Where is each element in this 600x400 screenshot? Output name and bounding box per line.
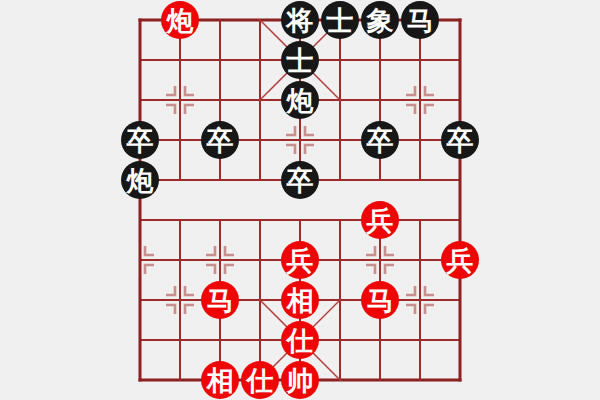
pieces-layer: 炮将士象马士炮卒卒卒卒炮卒兵兵兵马相马仕相仕帅 xyxy=(0,0,600,400)
piece-red-horse[interactable]: 马 xyxy=(201,281,239,319)
piece-red-soldier[interactable]: 兵 xyxy=(281,241,319,279)
piece-red-advisor[interactable]: 仕 xyxy=(241,361,279,399)
piece-black-soldier[interactable]: 卒 xyxy=(281,161,319,199)
piece-red-elephant[interactable]: 相 xyxy=(281,281,319,319)
piece-red-elephant[interactable]: 相 xyxy=(201,361,239,399)
piece-black-cannon[interactable]: 炮 xyxy=(281,81,319,119)
piece-red-cannon[interactable]: 炮 xyxy=(161,1,199,39)
piece-red-horse[interactable]: 马 xyxy=(361,281,399,319)
piece-red-soldier[interactable]: 兵 xyxy=(361,201,399,239)
piece-red-soldier[interactable]: 兵 xyxy=(441,241,479,279)
piece-black-soldier[interactable]: 卒 xyxy=(201,121,239,159)
xiangqi-board: 炮将士象马士炮卒卒卒卒炮卒兵兵兵马相马仕相仕帅 xyxy=(0,0,600,400)
piece-black-soldier[interactable]: 卒 xyxy=(441,121,479,159)
piece-black-advisor[interactable]: 士 xyxy=(281,41,319,79)
piece-black-general[interactable]: 将 xyxy=(281,1,319,39)
piece-red-advisor[interactable]: 仕 xyxy=(281,321,319,359)
piece-black-elephant[interactable]: 象 xyxy=(361,1,399,39)
piece-black-advisor[interactable]: 士 xyxy=(321,1,359,39)
piece-black-horse[interactable]: 马 xyxy=(401,1,439,39)
piece-red-king[interactable]: 帅 xyxy=(281,361,319,399)
piece-black-soldier[interactable]: 卒 xyxy=(121,121,159,159)
piece-black-soldier[interactable]: 卒 xyxy=(361,121,399,159)
piece-black-cannon[interactable]: 炮 xyxy=(121,161,159,199)
